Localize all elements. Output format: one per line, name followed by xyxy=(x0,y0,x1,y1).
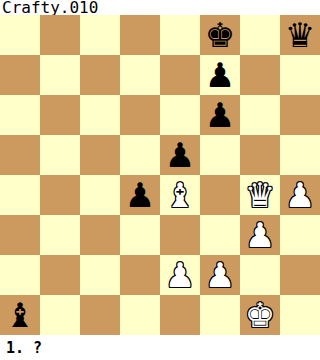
move-prompt: 1. ? xyxy=(6,335,42,360)
square-b5[interactable] xyxy=(40,135,80,175)
square-h7[interactable] xyxy=(280,55,320,95)
square-c7[interactable] xyxy=(80,55,120,95)
xboard-window: Crafty.010 ♚♛♟♟♟♟♝♛♟♟♟♟♝♚ 1. ? xyxy=(0,0,320,360)
square-e7[interactable] xyxy=(160,55,200,95)
square-d2[interactable] xyxy=(120,255,160,295)
square-g3[interactable]: ♟ xyxy=(240,215,280,255)
square-c5[interactable] xyxy=(80,135,120,175)
black-pawn[interactable]: ♟ xyxy=(125,175,155,215)
white-king[interactable]: ♚ xyxy=(245,295,275,335)
square-a3[interactable] xyxy=(0,215,40,255)
square-b7[interactable] xyxy=(40,55,80,95)
black-king[interactable]: ♚ xyxy=(205,15,235,55)
square-d5[interactable] xyxy=(120,135,160,175)
square-d6[interactable] xyxy=(120,95,160,135)
white-queen[interactable]: ♛ xyxy=(245,175,275,215)
white-pawn[interactable]: ♟ xyxy=(205,255,235,295)
square-d4[interactable]: ♟ xyxy=(120,175,160,215)
square-e3[interactable] xyxy=(160,215,200,255)
square-g5[interactable] xyxy=(240,135,280,175)
square-g7[interactable] xyxy=(240,55,280,95)
square-f7[interactable]: ♟ xyxy=(200,55,240,95)
square-h3[interactable] xyxy=(280,215,320,255)
square-a2[interactable] xyxy=(0,255,40,295)
square-b1[interactable] xyxy=(40,295,80,335)
square-a8[interactable] xyxy=(0,15,40,55)
square-f8[interactable]: ♚ xyxy=(200,15,240,55)
square-h5[interactable] xyxy=(280,135,320,175)
square-e6[interactable] xyxy=(160,95,200,135)
game-title: Crafty.010 xyxy=(2,0,98,15)
square-b2[interactable] xyxy=(40,255,80,295)
square-c6[interactable] xyxy=(80,95,120,135)
square-d1[interactable] xyxy=(120,295,160,335)
square-a6[interactable] xyxy=(0,95,40,135)
square-c3[interactable] xyxy=(80,215,120,255)
square-h4[interactable]: ♟ xyxy=(280,175,320,215)
square-e1[interactable] xyxy=(160,295,200,335)
white-pawn[interactable]: ♟ xyxy=(165,255,195,295)
square-b4[interactable] xyxy=(40,175,80,215)
square-a7[interactable] xyxy=(0,55,40,95)
square-a4[interactable] xyxy=(0,175,40,215)
square-h1[interactable] xyxy=(280,295,320,335)
square-f1[interactable] xyxy=(200,295,240,335)
square-h6[interactable] xyxy=(280,95,320,135)
square-f2[interactable]: ♟ xyxy=(200,255,240,295)
square-h2[interactable] xyxy=(280,255,320,295)
square-a5[interactable] xyxy=(0,135,40,175)
square-e8[interactable] xyxy=(160,15,200,55)
white-pawn[interactable]: ♟ xyxy=(245,215,275,255)
square-g1[interactable]: ♚ xyxy=(240,295,280,335)
square-e4[interactable]: ♝ xyxy=(160,175,200,215)
square-c4[interactable] xyxy=(80,175,120,215)
square-g4[interactable]: ♛ xyxy=(240,175,280,215)
black-queen[interactable]: ♛ xyxy=(285,15,315,55)
square-c1[interactable] xyxy=(80,295,120,335)
square-e2[interactable]: ♟ xyxy=(160,255,200,295)
square-b8[interactable] xyxy=(40,15,80,55)
black-pawn[interactable]: ♟ xyxy=(205,55,235,95)
black-pawn[interactable]: ♟ xyxy=(165,135,195,175)
square-c2[interactable] xyxy=(80,255,120,295)
square-f6[interactable]: ♟ xyxy=(200,95,240,135)
square-b3[interactable] xyxy=(40,215,80,255)
square-c8[interactable] xyxy=(80,15,120,55)
square-d7[interactable] xyxy=(120,55,160,95)
square-g6[interactable] xyxy=(240,95,280,135)
white-bishop[interactable]: ♝ xyxy=(165,175,195,215)
square-f5[interactable] xyxy=(200,135,240,175)
square-h8[interactable]: ♛ xyxy=(280,15,320,55)
black-bishop[interactable]: ♝ xyxy=(5,295,35,335)
black-pawn[interactable]: ♟ xyxy=(205,95,235,135)
chess-board: ♚♛♟♟♟♟♝♛♟♟♟♟♝♚ xyxy=(0,15,320,335)
white-pawn[interactable]: ♟ xyxy=(285,175,315,215)
square-g8[interactable] xyxy=(240,15,280,55)
square-d8[interactable] xyxy=(120,15,160,55)
square-e5[interactable]: ♟ xyxy=(160,135,200,175)
square-d3[interactable] xyxy=(120,215,160,255)
square-b6[interactable] xyxy=(40,95,80,135)
square-f4[interactable] xyxy=(200,175,240,215)
square-f3[interactable] xyxy=(200,215,240,255)
square-a1[interactable]: ♝ xyxy=(0,295,40,335)
square-g2[interactable] xyxy=(240,255,280,295)
